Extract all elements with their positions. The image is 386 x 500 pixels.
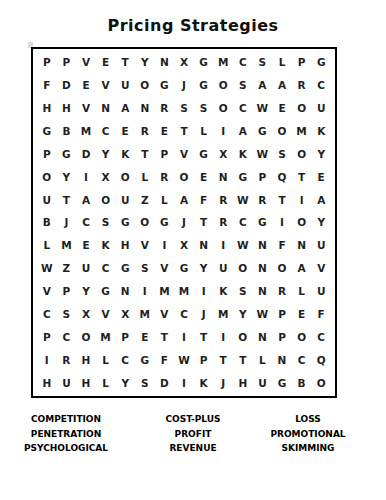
word-search-board: PPVETYNXGMCSLPGFDEVUOGJGOSAARCHHVNANRSSO…: [31, 47, 337, 398]
grid-cell[interactable]: A: [115, 97, 135, 120]
grid-cell[interactable]: J: [194, 303, 214, 326]
word-list-item: PENETRATION: [10, 427, 122, 442]
word-list-item: PSYCHOLOGICAL: [10, 441, 122, 456]
grid-cell[interactable]: V: [96, 303, 116, 326]
grid-cell[interactable]: T: [115, 51, 135, 74]
grid-cell[interactable]: L: [135, 165, 155, 188]
grid-cell[interactable]: R: [292, 74, 312, 97]
grid-cell[interactable]: G: [135, 348, 155, 371]
grid-cell[interactable]: Y: [57, 165, 77, 188]
grid-cell[interactable]: I: [174, 371, 194, 394]
grid-cell[interactable]: O: [272, 257, 292, 280]
grid-cell[interactable]: G: [194, 74, 214, 97]
grid-cell[interactable]: O: [292, 211, 312, 234]
grid-cell[interactable]: E: [292, 303, 312, 326]
grid-cell[interactable]: N: [115, 280, 135, 303]
grid-cell[interactable]: I: [174, 325, 194, 348]
grid-cell[interactable]: S: [233, 280, 253, 303]
grid-cell[interactable]: A: [253, 74, 273, 97]
grid-cell[interactable]: C: [76, 211, 96, 234]
grid-cell[interactable]: V: [37, 280, 57, 303]
grid-cell[interactable]: G: [155, 211, 175, 234]
grid-cell[interactable]: K: [213, 280, 233, 303]
grid-cell[interactable]: T: [174, 120, 194, 143]
grid-cell[interactable]: G: [155, 74, 175, 97]
word-list-column: LOSSPROMOTIONALSKIMMING: [252, 412, 364, 456]
grid-cell[interactable]: S: [174, 97, 194, 120]
grid-cell[interactable]: F: [272, 234, 292, 257]
grid-cell[interactable]: P: [37, 325, 57, 348]
word-list-column: COST-PLUSPROFITREVENUE: [140, 412, 246, 456]
grid-cell[interactable]: C: [233, 97, 253, 120]
grid-cell[interactable]: N: [135, 97, 155, 120]
grid-cell[interactable]: M: [174, 280, 194, 303]
grid-cell[interactable]: P: [37, 51, 57, 74]
grid-cell[interactable]: T: [135, 142, 155, 165]
grid-cell[interactable]: H: [57, 97, 77, 120]
grid-cell[interactable]: C: [174, 303, 194, 326]
grid-cell[interactable]: F: [37, 74, 57, 97]
grid-cell[interactable]: I: [135, 280, 155, 303]
grid-cell[interactable]: K: [115, 142, 135, 165]
grid-cell[interactable]: J: [57, 211, 77, 234]
grid-cell[interactable]: O: [135, 211, 155, 234]
grid-cell[interactable]: S: [272, 142, 292, 165]
grid-cell[interactable]: O: [233, 325, 253, 348]
grid-cell[interactable]: C: [233, 51, 253, 74]
grid-cell[interactable]: I: [213, 120, 233, 143]
grid-cell[interactable]: X: [174, 234, 194, 257]
grid-cell[interactable]: X: [174, 51, 194, 74]
grid-cell[interactable]: B: [292, 371, 312, 394]
grid-cell[interactable]: N: [253, 325, 273, 348]
grid-cell[interactable]: K: [233, 142, 253, 165]
grid-cell[interactable]: C: [37, 303, 57, 326]
grid-cell[interactable]: T: [233, 348, 253, 371]
grid-cell[interactable]: L: [194, 120, 214, 143]
grid-cell[interactable]: S: [233, 74, 253, 97]
grid-cell[interactable]: T: [194, 325, 214, 348]
grid-cell[interactable]: D: [57, 74, 77, 97]
grid-cell[interactable]: Y: [311, 211, 331, 234]
grid-cell[interactable]: K: [96, 234, 116, 257]
grid-cell[interactable]: I: [76, 165, 96, 188]
grid-cell[interactable]: X: [76, 303, 96, 326]
grid-cell[interactable]: T: [272, 188, 292, 211]
grid-cell[interactable]: U: [115, 74, 135, 97]
grid-cell[interactable]: I: [272, 211, 292, 234]
grid-cell[interactable]: W: [37, 257, 57, 280]
grid-cell[interactable]: R: [135, 120, 155, 143]
grid-cell[interactable]: U: [253, 371, 273, 394]
word-list-item: LOSS: [252, 412, 364, 427]
grid-cell[interactable]: N: [292, 234, 312, 257]
word-list-item: PROFIT: [140, 427, 246, 442]
grid-cell[interactable]: G: [272, 371, 292, 394]
grid-cell[interactable]: W: [174, 348, 194, 371]
grid-cell[interactable]: N: [155, 51, 175, 74]
grid-cell[interactable]: K: [311, 120, 331, 143]
grid-cell[interactable]: C: [311, 74, 331, 97]
grid-cell[interactable]: Y: [76, 280, 96, 303]
word-list-item: REVENUE: [140, 441, 246, 456]
grid-cell[interactable]: C: [292, 348, 312, 371]
grid-cell[interactable]: X: [213, 142, 233, 165]
word-list-item: SKIMMING: [252, 441, 364, 456]
grid-cell[interactable]: G: [194, 142, 214, 165]
grid-cell[interactable]: M: [155, 280, 175, 303]
grid-cell[interactable]: O: [292, 97, 312, 120]
grid-cell[interactable]: I: [213, 234, 233, 257]
grid-cell[interactable]: E: [272, 97, 292, 120]
grid-cell[interactable]: Y: [311, 142, 331, 165]
word-list-item: COMPETITION: [10, 412, 122, 427]
grid-cell[interactable]: M: [213, 51, 233, 74]
grid-cell[interactable]: O: [76, 325, 96, 348]
grid-cell[interactable]: U: [311, 234, 331, 257]
grid-cell[interactable]: Z: [135, 188, 155, 211]
grid-cell[interactable]: C: [96, 257, 116, 280]
word-list-item: PROMOTIONAL: [252, 427, 364, 442]
grid-cell[interactable]: E: [96, 51, 116, 74]
grid-cell[interactable]: P: [57, 51, 77, 74]
grid-cell[interactable]: N: [96, 97, 116, 120]
grid-cell[interactable]: O: [37, 165, 57, 188]
grid-cell[interactable]: V: [311, 257, 331, 280]
grid-cell[interactable]: U: [213, 257, 233, 280]
grid-cell[interactable]: L: [155, 188, 175, 211]
grid-cell[interactable]: A: [311, 188, 331, 211]
grid-cell[interactable]: F: [155, 348, 175, 371]
grid-cell[interactable]: R: [213, 188, 233, 211]
grid-cell[interactable]: T: [292, 165, 312, 188]
grid-cell[interactable]: J: [174, 211, 194, 234]
grid-cell[interactable]: C: [96, 120, 116, 143]
grid-cell[interactable]: P: [155, 142, 175, 165]
grid-cell[interactable]: S: [57, 303, 77, 326]
grid-cell[interactable]: J: [213, 371, 233, 394]
grid-cell[interactable]: Y: [194, 257, 214, 280]
grid-cell[interactable]: D: [76, 142, 96, 165]
grid-cell[interactable]: O: [272, 120, 292, 143]
grid-cell[interactable]: S: [96, 211, 116, 234]
grid-cell[interactable]: E: [76, 74, 96, 97]
grid-cell[interactable]: L: [96, 348, 116, 371]
grid-cell[interactable]: M: [76, 120, 96, 143]
grid-cell[interactable]: M: [135, 303, 155, 326]
grid-cell[interactable]: N: [253, 280, 273, 303]
puzzle-title: Pricing Strategies: [0, 16, 386, 35]
grid-cell[interactable]: O: [213, 74, 233, 97]
grid-cell[interactable]: P: [115, 325, 135, 348]
grid-cell[interactable]: N: [194, 234, 214, 257]
grid-cell[interactable]: L: [37, 234, 57, 257]
grid-cell[interactable]: C: [233, 211, 253, 234]
grid-cell[interactable]: T: [155, 325, 175, 348]
grid-cell[interactable]: V: [76, 97, 96, 120]
grid-cell[interactable]: W: [253, 303, 273, 326]
grid-cell[interactable]: V: [174, 142, 194, 165]
grid-cell[interactable]: C: [311, 325, 331, 348]
grid-cell[interactable]: N: [253, 234, 273, 257]
grid-cell[interactable]: S: [135, 257, 155, 280]
word-list-column: COMPETITIONPENETRATIONPSYCHOLOGICAL: [10, 412, 122, 456]
grid-cell[interactable]: R: [213, 211, 233, 234]
grid-cell[interactable]: A: [76, 188, 96, 211]
grid-cell[interactable]: Y: [115, 371, 135, 394]
grid-cell[interactable]: H: [233, 371, 253, 394]
grid-cell[interactable]: U: [57, 371, 77, 394]
grid-cell[interactable]: U: [311, 280, 331, 303]
grid-cell[interactable]: Y: [233, 303, 253, 326]
grid-cell[interactable]: P: [194, 348, 214, 371]
grid-cell[interactable]: N: [213, 165, 233, 188]
grid-cell[interactable]: W: [253, 97, 273, 120]
grid-cell[interactable]: V: [155, 303, 175, 326]
grid-cell[interactable]: I: [155, 234, 175, 257]
grid-cell[interactable]: B: [37, 211, 57, 234]
grid-cell[interactable]: G: [115, 211, 135, 234]
grid-cell[interactable]: M: [292, 120, 312, 143]
grid-cell[interactable]: O: [292, 325, 312, 348]
grid-cell[interactable]: P: [253, 165, 273, 188]
grid-cell[interactable]: S: [194, 97, 214, 120]
grid-cell[interactable]: A: [174, 188, 194, 211]
grid-cell[interactable]: P: [272, 325, 292, 348]
grid-cell[interactable]: E: [76, 234, 96, 257]
grid-cell[interactable]: U: [76, 257, 96, 280]
grid-cell[interactable]: A: [233, 120, 253, 143]
grid-cell[interactable]: D: [155, 371, 175, 394]
grid-cell[interactable]: O: [174, 165, 194, 188]
grid-cell[interactable]: E: [135, 325, 155, 348]
grid-cell[interactable]: H: [76, 348, 96, 371]
grid-cell[interactable]: H: [37, 371, 57, 394]
grid-cell[interactable]: T: [57, 188, 77, 211]
grid-cell[interactable]: S: [135, 371, 155, 394]
grid-cell[interactable]: G: [37, 120, 57, 143]
grid-cell[interactable]: R: [155, 97, 175, 120]
grid-cell[interactable]: U: [37, 188, 57, 211]
grid-cell[interactable]: L: [96, 371, 116, 394]
grid-cell[interactable]: I: [213, 325, 233, 348]
grid-cell[interactable]: G: [96, 280, 116, 303]
grid-cell[interactable]: G: [233, 165, 253, 188]
grid-cell[interactable]: R: [155, 165, 175, 188]
grid-cell[interactable]: M: [213, 303, 233, 326]
word-list: COMPETITIONPENETRATIONPSYCHOLOGICAL COST…: [0, 412, 386, 462]
grid-cell[interactable]: M: [96, 325, 116, 348]
grid-cell[interactable]: G: [57, 142, 77, 165]
grid-cell[interactable]: G: [174, 257, 194, 280]
grid-cell[interactable]: N: [253, 257, 273, 280]
grid-cell[interactable]: Z: [57, 257, 77, 280]
grid-cell[interactable]: R: [272, 280, 292, 303]
grid-cell[interactable]: W: [233, 188, 253, 211]
grid-cell[interactable]: M: [57, 234, 77, 257]
grid-cell[interactable]: V: [96, 74, 116, 97]
grid-cell[interactable]: G: [194, 51, 214, 74]
grid-cell[interactable]: F: [311, 303, 331, 326]
grid-cell[interactable]: F: [194, 188, 214, 211]
grid-cell[interactable]: I: [37, 348, 57, 371]
grid-cell[interactable]: T: [213, 348, 233, 371]
grid-cell[interactable]: O: [96, 188, 116, 211]
grid-cell[interactable]: E: [155, 120, 175, 143]
grid-cell[interactable]: U: [115, 188, 135, 211]
grid-cell[interactable]: L: [253, 348, 273, 371]
grid-cell[interactable]: P: [37, 142, 57, 165]
grid-cell[interactable]: O: [292, 142, 312, 165]
grid-cell[interactable]: J: [174, 74, 194, 97]
grid-cell[interactable]: X: [115, 303, 135, 326]
grid-cell[interactable]: Y: [135, 51, 155, 74]
grid-cell[interactable]: P: [57, 280, 77, 303]
grid-cell[interactable]: C: [57, 325, 77, 348]
grid-cell[interactable]: C: [115, 348, 135, 371]
grid-cell[interactable]: O: [311, 371, 331, 394]
worksheet-page: Pricing Strategies PPVETYNXGMCSLPGFDEVUO…: [0, 0, 386, 500]
grid-cell[interactable]: L: [272, 51, 292, 74]
grid-cell[interactable]: H: [37, 97, 57, 120]
grid-cell[interactable]: S: [253, 51, 273, 74]
grid-cell[interactable]: A: [272, 74, 292, 97]
grid-cell[interactable]: E: [115, 120, 135, 143]
grid-cell[interactable]: W: [253, 142, 273, 165]
grid-cell[interactable]: E: [311, 165, 331, 188]
grid-cell[interactable]: Y: [96, 142, 116, 165]
grid-cell[interactable]: V: [135, 234, 155, 257]
grid-cell[interactable]: T: [194, 211, 214, 234]
grid-cell[interactable]: V: [155, 257, 175, 280]
grid-cell[interactable]: X: [96, 165, 116, 188]
grid-cell[interactable]: G: [311, 51, 331, 74]
grid-cell[interactable]: O: [213, 97, 233, 120]
grid-cell[interactable]: O: [115, 165, 135, 188]
grid-cell[interactable]: R: [253, 188, 273, 211]
grid-cell[interactable]: Q: [311, 348, 331, 371]
grid-cell[interactable]: P: [292, 51, 312, 74]
grid-cell[interactable]: L: [292, 280, 312, 303]
grid-cell[interactable]: G: [253, 211, 273, 234]
grid-cell[interactable]: G: [253, 120, 273, 143]
grid-cell[interactable]: P: [272, 303, 292, 326]
grid-cell[interactable]: O: [233, 257, 253, 280]
grid-cell[interactable]: R: [57, 348, 77, 371]
grid-cell[interactable]: N: [272, 348, 292, 371]
grid-cell[interactable]: O: [135, 74, 155, 97]
grid-cell[interactable]: A: [292, 257, 312, 280]
grid-cell[interactable]: Q: [272, 165, 292, 188]
grid-cell[interactable]: E: [194, 165, 214, 188]
grid-cell[interactable]: I: [292, 188, 312, 211]
grid-cell[interactable]: H: [76, 371, 96, 394]
word-list-item: COST-PLUS: [140, 412, 246, 427]
grid-cell[interactable]: W: [233, 234, 253, 257]
grid-cell[interactable]: I: [194, 280, 214, 303]
grid-cell[interactable]: K: [194, 371, 214, 394]
grid-cell[interactable]: U: [311, 97, 331, 120]
grid-cell[interactable]: G: [115, 257, 135, 280]
grid-cell[interactable]: H: [115, 234, 135, 257]
grid-cell[interactable]: V: [76, 51, 96, 74]
grid-cell[interactable]: B: [57, 120, 77, 143]
